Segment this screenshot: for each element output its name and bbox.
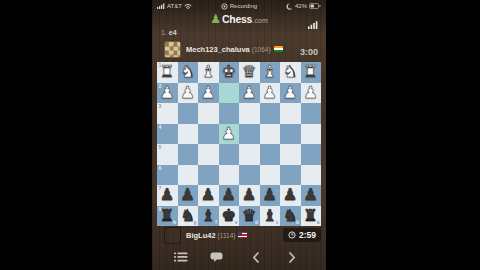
square-h1[interactable]: ♜1 — [157, 62, 178, 83]
coord-rank-4: 4 — [159, 125, 162, 130]
cellular-signal-icon — [157, 3, 165, 9]
black-pawn-d7: ♟ — [239, 185, 260, 206]
move-list-button[interactable] — [174, 252, 188, 262]
next-move-button[interactable] — [288, 252, 296, 263]
square-a1[interactable]: ♜ — [301, 62, 322, 83]
square-h4[interactable]: 4 — [157, 124, 178, 145]
bottom-player-rating: (1114) — [218, 232, 236, 239]
top-player-name[interactable]: Mech123_chaluva — [186, 45, 250, 54]
square-b6[interactable] — [280, 165, 301, 186]
square-f7[interactable]: ♟ — [198, 185, 219, 206]
square-c5[interactable] — [260, 144, 281, 165]
focus-moon-icon — [286, 3, 293, 10]
square-c6[interactable] — [260, 165, 281, 186]
player-row-bottom: BigLu42 (1114) 2:59 — [152, 225, 326, 245]
white-bishop-c1: ♝ — [260, 62, 281, 83]
square-f4[interactable] — [198, 124, 219, 145]
bottom-clock-time: 2:59 — [299, 231, 316, 240]
square-e2[interactable] — [219, 83, 240, 104]
black-pawn-b7: ♟ — [280, 185, 301, 206]
flag-usa-icon — [238, 232, 247, 238]
square-e3[interactable] — [219, 103, 240, 124]
black-pawn-g7: ♟ — [178, 185, 199, 206]
square-c8[interactable]: ♝c — [260, 206, 281, 227]
flag-india-icon — [274, 46, 283, 52]
phone-screen: AT&T Recording 42% ♟ Chess .com — [152, 0, 326, 270]
square-h5[interactable]: 5 — [157, 144, 178, 165]
square-b8[interactable]: ♞b — [280, 206, 301, 227]
square-h3[interactable]: 3 — [157, 103, 178, 124]
clock-icon — [288, 231, 296, 239]
top-player-rating: (1064) — [252, 46, 271, 53]
bottom-player-name[interactable]: BigLu42 — [186, 231, 216, 240]
status-left: AT&T — [157, 3, 192, 9]
black-pawn-c7: ♟ — [260, 185, 281, 206]
square-a4[interactable] — [301, 124, 322, 145]
avatar-top-player[interactable] — [164, 41, 181, 58]
square-e1[interactable]: ♚ — [219, 62, 240, 83]
previous-move-button[interactable] — [252, 252, 260, 263]
square-g1[interactable]: ♞ — [178, 62, 199, 83]
top-player-clock: 3:00 — [300, 47, 318, 57]
white-rook-a1: ♜ — [301, 62, 322, 83]
move-list: 1.e4 — [161, 29, 177, 36]
white-pawn-b2: ♟ — [280, 83, 301, 104]
square-b4[interactable] — [280, 124, 301, 145]
square-a3[interactable] — [301, 103, 322, 124]
brand-name: Chess — [222, 13, 252, 25]
bottom-player-clock: 2:59 — [283, 228, 321, 242]
white-pawn-a2: ♟ — [301, 83, 322, 104]
coord-rank-5: 5 — [159, 145, 162, 150]
avatar-bottom-player[interactable] — [164, 227, 181, 244]
white-bishop-f1: ♝ — [198, 62, 219, 83]
black-pawn-f7: ♟ — [198, 185, 219, 206]
bottom-nav — [152, 249, 326, 265]
white-knight-g1: ♞ — [178, 62, 199, 83]
carrier-label: AT&T — [167, 3, 182, 9]
coord-rank-8: 8 — [159, 207, 162, 212]
chesscom-logo: ♟ Chess .com — [210, 12, 267, 26]
square-c3[interactable] — [260, 103, 281, 124]
battery-percent-label: 42% — [295, 3, 307, 9]
white-pawn-g2: ♟ — [178, 83, 199, 104]
connection-strength-icon — [308, 15, 318, 33]
wifi-icon — [184, 3, 192, 9]
black-pawn-a7: ♟ — [301, 185, 322, 206]
square-d3[interactable] — [239, 103, 260, 124]
coord-rank-1: 1 — [159, 63, 162, 68]
square-c2[interactable]: ♟ — [260, 83, 281, 104]
square-c4[interactable] — [260, 124, 281, 145]
square-e8[interactable]: ♚e — [219, 206, 240, 227]
square-b3[interactable] — [280, 103, 301, 124]
square-g4[interactable] — [178, 124, 199, 145]
square-d6[interactable] — [239, 165, 260, 186]
square-g6[interactable] — [178, 165, 199, 186]
white-pawn-e4: ♟ — [219, 124, 240, 145]
recording-indicator[interactable]: Recording — [221, 3, 257, 10]
square-d5[interactable] — [239, 144, 260, 165]
player-row-top: Mech123_chaluva (1064) 3:00 — [152, 39, 326, 59]
chat-button[interactable] — [210, 252, 223, 263]
square-a5[interactable] — [301, 144, 322, 165]
square-d8[interactable]: ♛d — [239, 206, 260, 227]
coord-rank-3: 3 — [159, 104, 162, 109]
coord-rank-2: 2 — [159, 84, 162, 89]
square-g7[interactable]: ♟ — [178, 185, 199, 206]
square-g2[interactable]: ♟ — [178, 83, 199, 104]
record-icon — [221, 3, 228, 10]
status-right: 42% — [286, 3, 321, 10]
square-a6[interactable] — [301, 165, 322, 186]
square-h2[interactable]: ♟2 — [157, 83, 178, 104]
app-header: ♟ Chess .com — [152, 10, 326, 27]
square-e6[interactable] — [219, 165, 240, 186]
white-king-e1: ♚ — [219, 62, 240, 83]
square-c1[interactable]: ♝ — [260, 62, 281, 83]
square-f1[interactable]: ♝ — [198, 62, 219, 83]
square-d7[interactable]: ♟ — [239, 185, 260, 206]
square-b1[interactable]: ♞ — [280, 62, 301, 83]
white-pawn-f2: ♟ — [198, 83, 219, 104]
square-g8[interactable]: ♞g — [178, 206, 199, 227]
square-h6[interactable]: 6 — [157, 165, 178, 186]
square-h7[interactable]: ♟7 — [157, 185, 178, 206]
brand-suffix: .com — [253, 17, 268, 24]
square-d1[interactable]: ♛ — [239, 62, 260, 83]
square-g3[interactable] — [178, 103, 199, 124]
black-pawn-e7: ♟ — [219, 185, 240, 206]
square-c7[interactable]: ♟ — [260, 185, 281, 206]
square-e7[interactable]: ♟ — [219, 185, 240, 206]
white-knight-b1: ♞ — [280, 62, 301, 83]
square-f8[interactable]: ♝f — [198, 206, 219, 227]
white-pawn-d2: ♟ — [239, 83, 260, 104]
square-b5[interactable] — [280, 144, 301, 165]
coord-rank-6: 6 — [159, 166, 162, 171]
square-h8[interactable]: ♜8h — [157, 206, 178, 227]
square-f2[interactable]: ♟ — [198, 83, 219, 104]
chess-board[interactable]: ♜1♞♝♚♛♝♞♜♟2♟♟♟♟♟♟34♟56♟7♟♟♟♟♟♟♟♜8h♞g♝f♚e… — [157, 62, 321, 226]
square-b7[interactable]: ♟ — [280, 185, 301, 206]
square-b2[interactable]: ♟ — [280, 83, 301, 104]
square-d2[interactable]: ♟ — [239, 83, 260, 104]
square-e4[interactable]: ♟ — [219, 124, 240, 145]
move-san: e4 — [169, 29, 177, 36]
white-pawn-c2: ♟ — [260, 83, 281, 104]
square-f6[interactable] — [198, 165, 219, 186]
square-d4[interactable] — [239, 124, 260, 145]
white-queen-d1: ♛ — [239, 62, 260, 83]
square-a2[interactable]: ♟ — [301, 83, 322, 104]
coord-rank-7: 7 — [159, 186, 162, 191]
green-pawn-logo-icon: ♟ — [210, 12, 221, 26]
square-g5[interactable] — [178, 144, 199, 165]
battery-icon — [309, 3, 321, 9]
square-f5[interactable] — [198, 144, 219, 165]
square-e5[interactable] — [219, 144, 240, 165]
square-a8[interactable]: ♜a — [301, 206, 322, 227]
recording-label: Recording — [230, 3, 257, 9]
square-f3[interactable] — [198, 103, 219, 124]
move-number: 1. — [161, 29, 167, 36]
square-a7[interactable]: ♟ — [301, 185, 322, 206]
